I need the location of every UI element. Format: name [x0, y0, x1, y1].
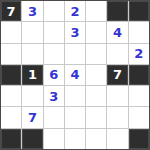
cell-r3c3[interactable]: 4 — [65, 65, 85, 85]
given-digit: 1 — [28, 68, 37, 81]
cell-r3c1: 1 — [22, 65, 42, 85]
cell-r5c2[interactable] — [44, 107, 64, 127]
cell-r2c4[interactable] — [86, 44, 106, 64]
cell-r4c4[interactable] — [86, 86, 106, 106]
entered-digit: 7 — [28, 111, 37, 124]
entered-digit: 4 — [113, 26, 122, 39]
cell-r6c3[interactable] — [65, 129, 85, 149]
cell-r0c3[interactable]: 2 — [65, 1, 85, 21]
cell-r5c6[interactable] — [129, 107, 149, 127]
entered-digit: 3 — [28, 5, 37, 18]
cell-r6c5[interactable] — [107, 129, 127, 149]
cell-r4c1[interactable] — [22, 86, 42, 106]
given-digit: 7 — [7, 5, 16, 18]
cell-r4c3[interactable] — [65, 86, 85, 106]
cell-r6c0 — [1, 129, 21, 149]
cell-r3c6 — [129, 65, 149, 85]
cell-r6c6 — [129, 129, 149, 149]
given-digit: 7 — [113, 68, 122, 81]
cell-r0c2[interactable] — [44, 1, 64, 21]
cell-r0c5 — [107, 1, 127, 21]
cell-r2c3[interactable] — [65, 44, 85, 64]
entered-digit: 3 — [70, 26, 79, 39]
cell-r0c0: 7 — [1, 1, 21, 21]
cell-r1c2[interactable] — [44, 22, 64, 42]
cell-r5c1[interactable]: 7 — [22, 107, 42, 127]
cell-r5c5[interactable] — [107, 107, 127, 127]
entered-digit: 3 — [49, 90, 58, 103]
cell-r0c1[interactable]: 3 — [22, 1, 42, 21]
cell-r2c5[interactable] — [107, 44, 127, 64]
cell-r5c0[interactable] — [1, 107, 21, 127]
cell-r6c2[interactable] — [44, 129, 64, 149]
cell-r1c4[interactable] — [86, 22, 106, 42]
cell-r6c1 — [22, 129, 42, 149]
cell-r5c4[interactable] — [86, 107, 106, 127]
cell-r4c2[interactable]: 3 — [44, 86, 64, 106]
cell-r1c5[interactable]: 4 — [107, 22, 127, 42]
cell-r3c2[interactable]: 6 — [44, 65, 64, 85]
cell-r2c0[interactable] — [1, 44, 21, 64]
cell-r2c6[interactable]: 2 — [129, 44, 149, 64]
cell-r3c5: 7 — [107, 65, 127, 85]
str8ts-board: 732342164737 — [0, 0, 150, 150]
cell-r4c6[interactable] — [129, 86, 149, 106]
entered-digit: 2 — [70, 5, 79, 18]
cell-r4c0[interactable] — [1, 86, 21, 106]
cell-r0c6 — [129, 1, 149, 21]
entered-digit: 4 — [70, 68, 79, 81]
cell-r1c0[interactable] — [1, 22, 21, 42]
cell-r2c2[interactable] — [44, 44, 64, 64]
entered-digit: 6 — [49, 68, 58, 81]
cell-r6c4[interactable] — [86, 129, 106, 149]
cell-r2c1[interactable] — [22, 44, 42, 64]
entered-digit: 2 — [134, 47, 143, 60]
cell-r1c6[interactable] — [129, 22, 149, 42]
cell-r4c5[interactable] — [107, 86, 127, 106]
cell-r1c3[interactable]: 3 — [65, 22, 85, 42]
cell-r3c0 — [1, 65, 21, 85]
cell-r5c3[interactable] — [65, 107, 85, 127]
cell-r3c4[interactable] — [86, 65, 106, 85]
cell-r1c1[interactable] — [22, 22, 42, 42]
cell-r0c4[interactable] — [86, 1, 106, 21]
